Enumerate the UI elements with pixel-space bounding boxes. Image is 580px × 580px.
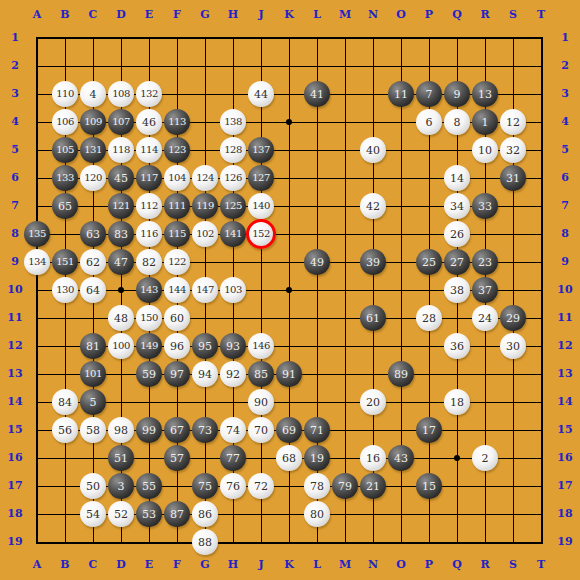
stone-white-12-S4: 12 xyxy=(500,109,526,135)
stone-black-81-C12: 81 xyxy=(80,333,106,359)
stone-white-103-H10: 103 xyxy=(220,277,246,303)
stone-black-71-L15: 71 xyxy=(304,417,330,443)
col-label-bottom-P: P xyxy=(415,558,443,572)
stone-black-29-S11: 29 xyxy=(500,305,526,331)
row-label-left-16: 16 xyxy=(2,451,28,465)
stone-black-131-C5: 131 xyxy=(80,137,106,163)
stone-black-127-J6: 127 xyxy=(248,165,274,191)
row-label-right-10: 10 xyxy=(552,283,578,297)
stone-black-31-S6: 31 xyxy=(500,165,526,191)
stone-white-28-P11: 28 xyxy=(416,305,442,331)
stone-black-133-B6: 133 xyxy=(52,165,78,191)
stone-black-119-G7: 119 xyxy=(192,193,218,219)
col-label-top-E: E xyxy=(135,8,163,22)
stone-black-113-F4: 113 xyxy=(164,109,190,135)
stone-black-105-B5: 105 xyxy=(52,137,78,163)
col-label-bottom-N: N xyxy=(359,558,387,572)
col-label-top-D: D xyxy=(107,8,135,22)
stone-white-24-R11: 24 xyxy=(472,305,498,331)
stone-black-63-C8: 63 xyxy=(80,221,106,247)
stone-white-112-E7: 112 xyxy=(136,193,162,219)
row-label-right-2: 2 xyxy=(552,59,578,73)
stone-black-99-E15: 99 xyxy=(136,417,162,443)
stone-white-82-E9: 82 xyxy=(136,249,162,275)
stone-white-30-S12: 30 xyxy=(500,333,526,359)
stone-black-65-B7: 65 xyxy=(52,193,78,219)
col-label-top-B: B xyxy=(51,8,79,22)
stone-white-108-D3: 108 xyxy=(108,81,134,107)
stone-black-13-R3: 13 xyxy=(472,81,498,107)
stone-black-61-N11: 61 xyxy=(360,305,386,331)
stone-black-27-Q9: 27 xyxy=(444,249,470,275)
stone-black-115-F8: 115 xyxy=(164,221,190,247)
stone-black-51-D16: 51 xyxy=(108,445,134,471)
row-label-left-1: 1 xyxy=(2,31,28,45)
row-label-right-12: 12 xyxy=(552,339,578,353)
stone-white-98-D15: 98 xyxy=(108,417,134,443)
col-label-top-P: P xyxy=(415,8,443,22)
col-label-bottom-M: M xyxy=(331,558,359,572)
col-label-top-A: A xyxy=(23,8,51,22)
stone-white-78-L17: 78 xyxy=(304,473,330,499)
col-label-bottom-J: J xyxy=(247,558,275,572)
col-label-bottom-F: F xyxy=(163,558,191,572)
stone-black-3-D17: 3 xyxy=(108,473,134,499)
stone-white-134-A9: 134 xyxy=(24,249,50,275)
stone-white-92-H13: 92 xyxy=(220,361,246,387)
row-label-left-11: 11 xyxy=(2,311,28,325)
stone-black-111-F7: 111 xyxy=(164,193,190,219)
stone-black-91-K13: 91 xyxy=(276,361,302,387)
stone-white-144-F10: 144 xyxy=(164,277,190,303)
col-label-top-R: R xyxy=(471,8,499,22)
stone-black-79-M17: 79 xyxy=(332,473,358,499)
col-label-bottom-O: O xyxy=(387,558,415,572)
stone-white-88-G19: 88 xyxy=(192,529,218,555)
stone-white-104-F6: 104 xyxy=(164,165,190,191)
row-label-left-3: 3 xyxy=(2,87,28,101)
col-label-top-M: M xyxy=(331,8,359,22)
stone-white-18-Q14: 18 xyxy=(444,389,470,415)
stone-white-70-J15: 70 xyxy=(248,417,274,443)
stone-black-77-H16: 77 xyxy=(220,445,246,471)
col-label-bottom-C: C xyxy=(79,558,107,572)
stone-white-60-F11: 60 xyxy=(164,305,190,331)
stone-white-42-N7: 42 xyxy=(360,193,386,219)
col-label-bottom-L: L xyxy=(303,558,331,572)
row-label-left-12: 12 xyxy=(2,339,28,353)
stone-black-41-L3: 41 xyxy=(304,81,330,107)
stone-white-130-B10: 130 xyxy=(52,277,78,303)
stone-white-86-G18: 86 xyxy=(192,501,218,527)
stone-white-48-D11: 48 xyxy=(108,305,134,331)
row-label-left-15: 15 xyxy=(2,423,28,437)
stone-black-55-E17: 55 xyxy=(136,473,162,499)
stone-black-45-D6: 45 xyxy=(108,165,134,191)
stone-black-67-F15: 67 xyxy=(164,417,190,443)
stone-black-121-D7: 121 xyxy=(108,193,134,219)
stone-white-90-J14: 90 xyxy=(248,389,274,415)
row-label-right-14: 14 xyxy=(552,395,578,409)
col-label-top-C: C xyxy=(79,8,107,22)
stone-white-76-H17: 76 xyxy=(220,473,246,499)
stone-black-19-L16: 19 xyxy=(304,445,330,471)
stone-white-32-S5: 32 xyxy=(500,137,526,163)
stone-white-147-G10: 147 xyxy=(192,277,218,303)
stone-black-151-B9: 151 xyxy=(52,249,78,275)
stone-black-9-Q3: 9 xyxy=(444,81,470,107)
stone-white-46-E4: 46 xyxy=(136,109,162,135)
stone-white-126-H6: 126 xyxy=(220,165,246,191)
stone-black-15-P17: 15 xyxy=(416,473,442,499)
stone-white-6-P4: 6 xyxy=(416,109,442,135)
row-label-left-17: 17 xyxy=(2,479,28,493)
stone-black-59-E13: 59 xyxy=(136,361,162,387)
stone-white-38-Q10: 38 xyxy=(444,277,470,303)
stone-black-33-R7: 33 xyxy=(472,193,498,219)
stone-white-52-D18: 52 xyxy=(108,501,134,527)
stone-black-89-O13: 89 xyxy=(388,361,414,387)
stone-white-114-E5: 114 xyxy=(136,137,162,163)
stone-white-124-G6: 124 xyxy=(192,165,218,191)
col-label-top-G: G xyxy=(191,8,219,22)
stone-black-97-F13: 97 xyxy=(164,361,190,387)
row-label-right-8: 8 xyxy=(552,227,578,241)
stone-white-96-F12: 96 xyxy=(164,333,190,359)
row-label-right-13: 13 xyxy=(552,367,578,381)
star-point-K10 xyxy=(286,287,292,293)
stone-white-132-E3: 132 xyxy=(136,81,162,107)
stone-black-143-E10: 143 xyxy=(136,277,162,303)
stone-white-84-B14: 84 xyxy=(52,389,78,415)
stone-white-50-C17: 50 xyxy=(80,473,106,499)
row-label-left-7: 7 xyxy=(2,199,28,213)
stone-black-57-F16: 57 xyxy=(164,445,190,471)
stone-black-69-K15: 69 xyxy=(276,417,302,443)
stone-white-4-C3: 4 xyxy=(80,81,106,107)
row-label-left-19: 19 xyxy=(2,535,28,549)
stone-black-101-C13: 101 xyxy=(80,361,106,387)
row-label-right-11: 11 xyxy=(552,311,578,325)
row-label-right-3: 3 xyxy=(552,87,578,101)
col-label-bottom-R: R xyxy=(471,558,499,572)
stone-black-5-C14: 5 xyxy=(80,389,106,415)
row-label-right-1: 1 xyxy=(552,31,578,45)
stone-white-62-C9: 62 xyxy=(80,249,106,275)
stone-black-21-N17: 21 xyxy=(360,473,386,499)
stone-black-1-R4: 1 xyxy=(472,109,498,135)
stone-white-100-D12: 100 xyxy=(108,333,134,359)
stone-black-39-N9: 39 xyxy=(360,249,386,275)
stone-black-141-H8: 141 xyxy=(220,221,246,247)
col-label-bottom-K: K xyxy=(275,558,303,572)
stone-white-56-B15: 56 xyxy=(52,417,78,443)
stone-black-109-C4: 109 xyxy=(80,109,106,135)
stone-white-16-N16: 16 xyxy=(360,445,386,471)
stone-white-14-Q6: 14 xyxy=(444,165,470,191)
stone-black-17-P15: 17 xyxy=(416,417,442,443)
stone-white-74-H15: 74 xyxy=(220,417,246,443)
stone-black-25-P9: 25 xyxy=(416,249,442,275)
stone-black-123-F5: 123 xyxy=(164,137,190,163)
stone-white-2-R16: 2 xyxy=(472,445,498,471)
stone-white-26-Q8: 26 xyxy=(444,221,470,247)
stone-white-54-C18: 54 xyxy=(80,501,106,527)
stone-white-68-K16: 68 xyxy=(276,445,302,471)
goban[interactable]: ABCDEFGHJKLMNOPQRST ABCDEFGHJKLMNOPQRST … xyxy=(0,0,580,580)
stone-white-94-G13: 94 xyxy=(192,361,218,387)
stone-black-37-R10: 37 xyxy=(472,277,498,303)
stone-black-49-L9: 49 xyxy=(304,249,330,275)
row-label-right-18: 18 xyxy=(552,507,578,521)
row-label-right-15: 15 xyxy=(552,423,578,437)
col-label-top-J: J xyxy=(247,8,275,22)
stone-black-73-G15: 73 xyxy=(192,417,218,443)
stone-white-152-J8: 152 xyxy=(246,219,276,249)
star-point-K4 xyxy=(286,119,292,125)
row-label-left-14: 14 xyxy=(2,395,28,409)
row-label-left-10: 10 xyxy=(2,283,28,297)
col-label-top-Q: Q xyxy=(443,8,471,22)
stone-black-117-E6: 117 xyxy=(136,165,162,191)
row-label-right-4: 4 xyxy=(552,115,578,129)
stone-black-149-E12: 149 xyxy=(136,333,162,359)
row-label-left-2: 2 xyxy=(2,59,28,73)
col-label-top-N: N xyxy=(359,8,387,22)
star-point-D10 xyxy=(118,287,124,293)
stone-black-87-F18: 87 xyxy=(164,501,190,527)
stone-white-10-R5: 10 xyxy=(472,137,498,163)
col-label-bottom-G: G xyxy=(191,558,219,572)
row-label-left-4: 4 xyxy=(2,115,28,129)
stone-black-83-D8: 83 xyxy=(108,221,134,247)
col-label-bottom-T: T xyxy=(527,558,555,572)
stone-white-120-C6: 120 xyxy=(80,165,106,191)
col-label-bottom-H: H xyxy=(219,558,247,572)
row-label-left-6: 6 xyxy=(2,171,28,185)
stone-white-8-Q4: 8 xyxy=(444,109,470,135)
col-label-top-F: F xyxy=(163,8,191,22)
col-label-bottom-S: S xyxy=(499,558,527,572)
stone-white-34-Q7: 34 xyxy=(444,193,470,219)
row-label-left-13: 13 xyxy=(2,367,28,381)
stone-black-125-H7: 125 xyxy=(220,193,246,219)
col-label-top-T: T xyxy=(527,8,555,22)
stone-white-118-D5: 118 xyxy=(108,137,134,163)
stone-white-64-C10: 64 xyxy=(80,277,106,303)
row-label-right-16: 16 xyxy=(552,451,578,465)
stone-white-44-J3: 44 xyxy=(248,81,274,107)
row-label-right-5: 5 xyxy=(552,143,578,157)
stone-black-135-A8: 135 xyxy=(24,221,50,247)
stone-white-40-N5: 40 xyxy=(360,137,386,163)
row-label-right-6: 6 xyxy=(552,171,578,185)
col-label-top-O: O xyxy=(387,8,415,22)
stone-white-80-L18: 80 xyxy=(304,501,330,527)
col-label-top-K: K xyxy=(275,8,303,22)
col-label-top-L: L xyxy=(303,8,331,22)
stone-white-122-F9: 122 xyxy=(164,249,190,275)
stone-white-140-J7: 140 xyxy=(248,193,274,219)
col-label-bottom-A: A xyxy=(23,558,51,572)
row-label-right-19: 19 xyxy=(552,535,578,549)
stone-black-47-D9: 47 xyxy=(108,249,134,275)
stone-white-150-E11: 150 xyxy=(136,305,162,331)
stone-black-7-P3: 7 xyxy=(416,81,442,107)
stone-white-36-Q12: 36 xyxy=(444,333,470,359)
row-label-left-18: 18 xyxy=(2,507,28,521)
stone-white-20-N14: 20 xyxy=(360,389,386,415)
stone-white-138-H4: 138 xyxy=(220,109,246,135)
stone-black-107-D4: 107 xyxy=(108,109,134,135)
stone-black-137-J5: 137 xyxy=(248,137,274,163)
stone-white-72-J17: 72 xyxy=(248,473,274,499)
row-label-right-9: 9 xyxy=(552,255,578,269)
row-label-left-5: 5 xyxy=(2,143,28,157)
col-label-top-S: S xyxy=(499,8,527,22)
col-label-bottom-D: D xyxy=(107,558,135,572)
star-point-Q16 xyxy=(454,455,460,461)
stone-black-85-J13: 85 xyxy=(248,361,274,387)
row-label-right-17: 17 xyxy=(552,479,578,493)
col-label-bottom-E: E xyxy=(135,558,163,572)
stone-black-43-O16: 43 xyxy=(388,445,414,471)
stone-black-75-G17: 75 xyxy=(192,473,218,499)
stone-white-106-B4: 106 xyxy=(52,109,78,135)
stone-white-128-H5: 128 xyxy=(220,137,246,163)
stone-white-58-C15: 58 xyxy=(80,417,106,443)
stone-black-95-G12: 95 xyxy=(192,333,218,359)
stone-white-116-E8: 116 xyxy=(136,221,162,247)
stone-black-23-R9: 23 xyxy=(472,249,498,275)
stone-black-93-H12: 93 xyxy=(220,333,246,359)
stone-black-53-E18: 53 xyxy=(136,501,162,527)
col-label-top-H: H xyxy=(219,8,247,22)
stone-black-11-O3: 11 xyxy=(388,81,414,107)
col-label-bottom-Q: Q xyxy=(443,558,471,572)
stone-white-102-G8: 102 xyxy=(192,221,218,247)
row-label-right-7: 7 xyxy=(552,199,578,213)
stone-white-146-J12: 146 xyxy=(248,333,274,359)
col-label-bottom-B: B xyxy=(51,558,79,572)
stone-white-110-B3: 110 xyxy=(52,81,78,107)
